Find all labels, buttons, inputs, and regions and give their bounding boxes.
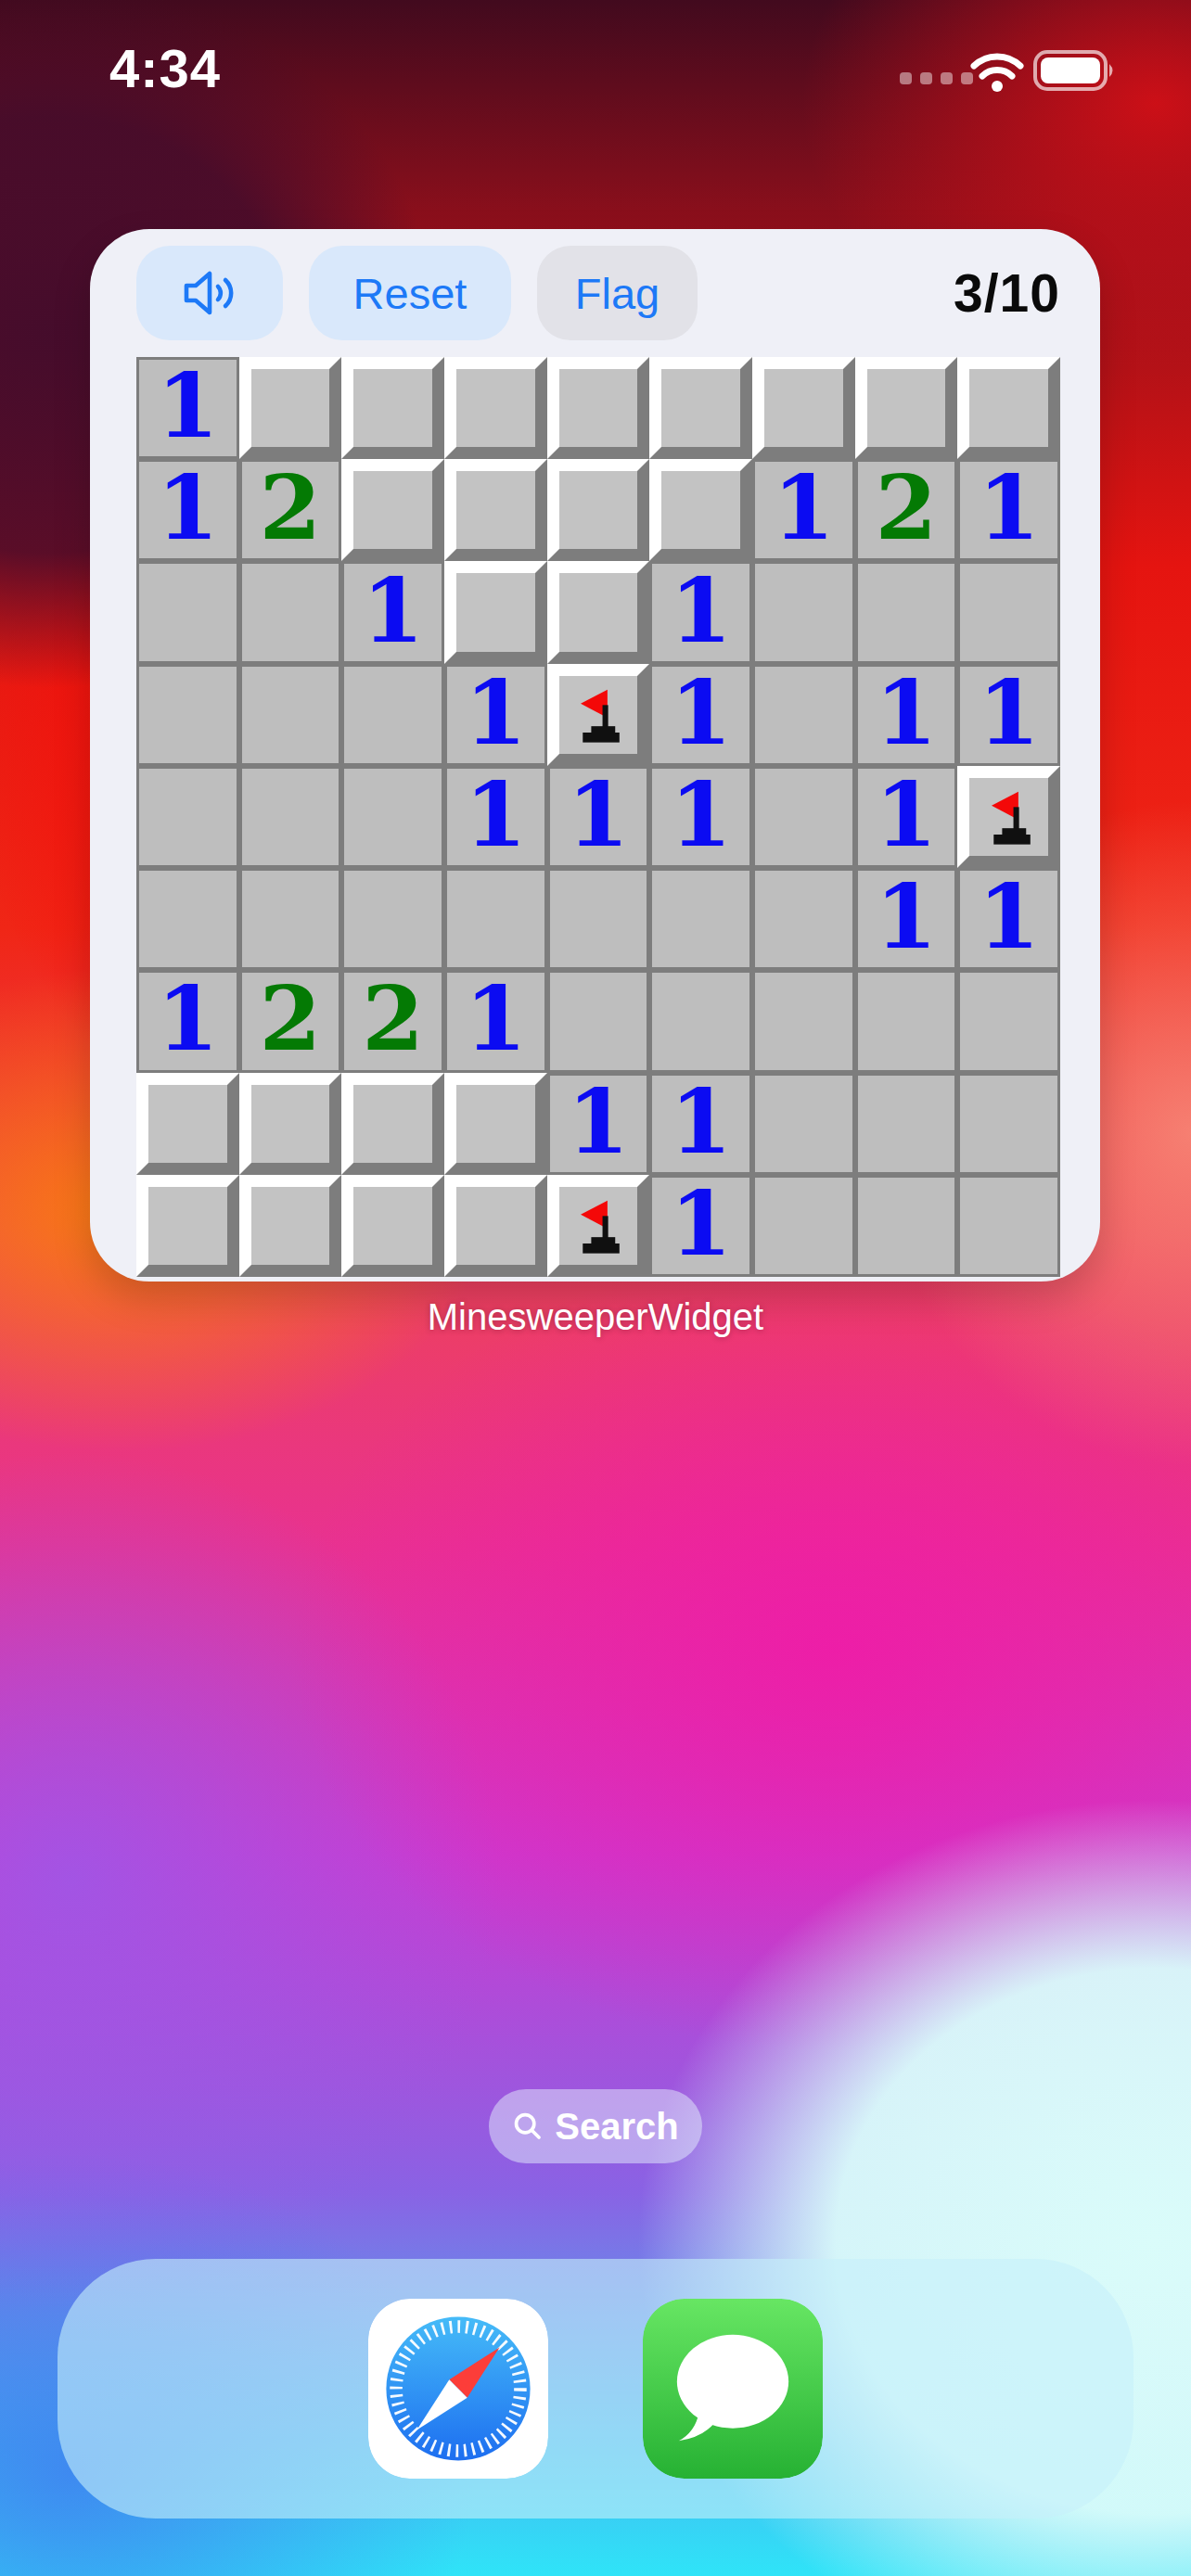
status-time: 4:34	[109, 37, 221, 99]
minesweeper-widget: Reset Flag 3/10 112121111111111111122111…	[90, 229, 1100, 1282]
cell-r1c7-unrevealed[interactable]	[752, 357, 855, 459]
widget-header: Reset Flag 3/10	[136, 246, 1060, 340]
cell-r3c5-unrevealed[interactable]	[547, 561, 650, 663]
cell-r4c7-empty[interactable]	[752, 664, 855, 766]
speaker-sound-icon	[179, 264, 240, 322]
cell-r7c8-empty[interactable]	[855, 970, 958, 1072]
cell-r3c7-empty[interactable]	[752, 561, 855, 663]
cell-r7c9-empty[interactable]	[957, 970, 1060, 1072]
cell-r5c7-empty[interactable]	[752, 766, 855, 868]
mine-count: 1	[362, 567, 424, 656]
cell-r7c6-empty[interactable]	[649, 970, 752, 1072]
cell-r8c4-unrevealed[interactable]	[444, 1073, 547, 1175]
cell-r2c9-num1[interactable]: 1	[957, 459, 1060, 561]
cell-r5c1-empty[interactable]	[136, 766, 239, 868]
mine-count: 1	[978, 464, 1040, 553]
cell-r8c9-empty[interactable]	[957, 1073, 1060, 1175]
cell-r6c1-empty[interactable]	[136, 868, 239, 970]
cell-r9c8-empty[interactable]	[855, 1175, 958, 1277]
cell-r7c2-num2[interactable]: 2	[239, 970, 342, 1072]
flag-counter: 3/10	[954, 262, 1060, 324]
cell-r1c4-unrevealed[interactable]	[444, 357, 547, 459]
mine-count: 2	[260, 975, 322, 1064]
cell-r1c1-num1[interactable]: 1	[136, 357, 239, 459]
cell-r5c3-empty[interactable]	[341, 766, 444, 868]
cell-r7c4-num1[interactable]: 1	[444, 970, 547, 1072]
wifi-icon	[970, 52, 1024, 93]
mine-count: 1	[157, 464, 219, 553]
flag-icon	[974, 782, 1044, 852]
cell-r2c7-num1[interactable]: 1	[752, 459, 855, 561]
cell-r6c4-empty[interactable]	[444, 868, 547, 970]
widget-label: MinesweeperWidget	[0, 1296, 1191, 1338]
mine-count: 1	[670, 771, 732, 860]
cell-r5c6-num1[interactable]: 1	[649, 766, 752, 868]
cell-r2c4-unrevealed[interactable]	[444, 459, 547, 561]
cell-r6c6-empty[interactable]	[649, 868, 752, 970]
cell-r2c1-num1[interactable]: 1	[136, 459, 239, 561]
cell-r9c3-unrevealed[interactable]	[341, 1175, 444, 1277]
search-pill[interactable]: Search	[489, 2089, 702, 2163]
cell-r8c3-unrevealed[interactable]	[341, 1073, 444, 1175]
cell-r2c8-num2[interactable]: 2	[855, 459, 958, 561]
flag-icon	[563, 1191, 634, 1261]
cell-r2c6-unrevealed[interactable]	[649, 459, 752, 561]
cell-r5c2-empty[interactable]	[239, 766, 342, 868]
cell-r5c9-flagged[interactable]	[957, 766, 1060, 868]
cell-r3c4-unrevealed[interactable]	[444, 561, 547, 663]
mine-count: 1	[465, 771, 527, 860]
cell-r5c4-num1[interactable]: 1	[444, 766, 547, 868]
mine-count: 1	[978, 873, 1040, 962]
cell-r8c1-unrevealed[interactable]	[136, 1073, 239, 1175]
cell-r7c3-num2[interactable]: 2	[341, 970, 444, 1072]
mine-count: 1	[876, 669, 938, 758]
cell-r5c5-num1[interactable]: 1	[547, 766, 650, 868]
cell-r1c3-unrevealed[interactable]	[341, 357, 444, 459]
mine-count: 1	[670, 1180, 732, 1269]
cell-r6c7-empty[interactable]	[752, 868, 855, 970]
mine-count: 1	[568, 1078, 630, 1167]
cell-r3c8-empty[interactable]	[855, 561, 958, 663]
mine-count: 2	[362, 975, 424, 1064]
mine-count: 1	[876, 873, 938, 962]
mine-count: 1	[670, 567, 732, 656]
cell-r9c7-empty[interactable]	[752, 1175, 855, 1277]
cell-r5c8-num1[interactable]: 1	[855, 766, 958, 868]
cell-r6c3-empty[interactable]	[341, 868, 444, 970]
reset-label: Reset	[353, 268, 467, 319]
cell-r9c1-unrevealed[interactable]	[136, 1175, 239, 1277]
cell-r9c6-num1[interactable]: 1	[649, 1175, 752, 1277]
mine-count: 1	[978, 669, 1040, 758]
cell-r3c1-empty[interactable]	[136, 561, 239, 663]
cell-r4c1-empty[interactable]	[136, 664, 239, 766]
cellular-dots-icon	[900, 72, 973, 84]
cell-r2c3-unrevealed[interactable]	[341, 459, 444, 561]
dock	[58, 2259, 1133, 2519]
flag-icon	[563, 680, 634, 750]
cell-r3c2-empty[interactable]	[239, 561, 342, 663]
iphone-home-screen: 4:34 Reset Fl	[0, 0, 1191, 2576]
cell-r8c7-empty[interactable]	[752, 1073, 855, 1175]
sound-button[interactable]	[136, 246, 283, 340]
mine-count: 1	[157, 975, 219, 1064]
mine-count: 1	[670, 669, 732, 758]
cell-r7c5-empty[interactable]	[547, 970, 650, 1072]
cell-r1c2-unrevealed[interactable]	[239, 357, 342, 459]
cell-r9c9-empty[interactable]	[957, 1175, 1060, 1277]
safari-app-icon[interactable]	[368, 2299, 548, 2479]
cell-r7c1-num1[interactable]: 1	[136, 970, 239, 1072]
board: 1121211111111111111221111	[136, 357, 1060, 1277]
mine-count: 2	[260, 464, 322, 553]
cell-r8c8-empty[interactable]	[855, 1073, 958, 1175]
messages-app-icon[interactable]	[643, 2299, 823, 2479]
mine-count: 1	[568, 771, 630, 860]
mine-count: 1	[465, 975, 527, 1064]
cell-r3c3-num1[interactable]: 1	[341, 561, 444, 663]
mine-count: 1	[157, 362, 219, 451]
cell-r1c6-unrevealed[interactable]	[649, 357, 752, 459]
cell-r3c6-num1[interactable]: 1	[649, 561, 752, 663]
cell-r4c9-num1[interactable]: 1	[957, 664, 1060, 766]
cell-r6c9-num1[interactable]: 1	[957, 868, 1060, 970]
search-label: Search	[555, 2106, 678, 2148]
cell-r4c3-empty[interactable]	[341, 664, 444, 766]
mine-count: 1	[773, 464, 835, 553]
cell-r4c5-flagged[interactable]	[547, 664, 650, 766]
cell-r8c5-num1[interactable]: 1	[547, 1073, 650, 1175]
cell-r2c5-unrevealed[interactable]	[547, 459, 650, 561]
cell-r3c9-empty[interactable]	[957, 561, 1060, 663]
flag-mode-button[interactable]: Flag	[537, 246, 698, 340]
cell-r4c8-num1[interactable]: 1	[855, 664, 958, 766]
mine-count: 1	[465, 669, 527, 758]
cell-r6c8-num1[interactable]: 1	[855, 868, 958, 970]
cell-r4c2-empty[interactable]	[239, 664, 342, 766]
cell-r8c2-unrevealed[interactable]	[239, 1073, 342, 1175]
cell-r9c2-unrevealed[interactable]	[239, 1175, 342, 1277]
cell-r2c2-num2[interactable]: 2	[239, 459, 342, 561]
mine-count: 1	[876, 771, 938, 860]
cell-r1c8-unrevealed[interactable]	[855, 357, 958, 459]
cell-r1c9-unrevealed[interactable]	[957, 357, 1060, 459]
status-icons	[892, 46, 1124, 93]
reset-button[interactable]: Reset	[309, 246, 511, 340]
cell-r8c6-num1[interactable]: 1	[649, 1073, 752, 1175]
mine-count: 1	[670, 1078, 732, 1167]
flag-mode-label: Flag	[575, 268, 660, 319]
cell-r1c5-unrevealed[interactable]	[547, 357, 650, 459]
cell-r4c6-num1[interactable]: 1	[649, 664, 752, 766]
cell-r4c4-num1[interactable]: 1	[444, 664, 547, 766]
battery-full-icon	[1033, 50, 1119, 91]
cell-r6c5-empty[interactable]	[547, 868, 650, 970]
cell-r7c7-empty[interactable]	[752, 970, 855, 1072]
search-icon	[512, 2111, 544, 2142]
cell-r6c2-empty[interactable]	[239, 868, 342, 970]
mine-count: 2	[876, 464, 938, 553]
cell-r9c5-flagged[interactable]	[547, 1175, 650, 1277]
cell-r9c4-unrevealed[interactable]	[444, 1175, 547, 1277]
